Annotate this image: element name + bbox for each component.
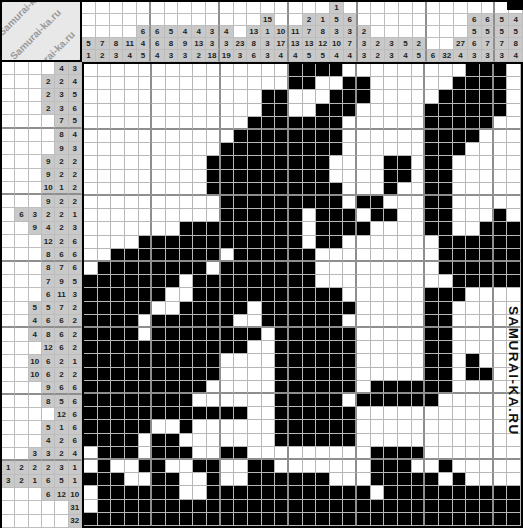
- grid-cell[interactable]: [343, 460, 357, 473]
- grid-cell[interactable]: [316, 500, 330, 513]
- grid-cell[interactable]: [316, 90, 330, 103]
- grid-cell[interactable]: [166, 117, 180, 130]
- grid-cell[interactable]: [371, 460, 385, 473]
- grid-cell[interactable]: [193, 249, 207, 262]
- grid-cell[interactable]: [316, 315, 330, 328]
- grid-cell[interactable]: [262, 341, 276, 354]
- grid-cell[interactable]: [371, 275, 385, 288]
- grid-cell[interactable]: [439, 104, 453, 117]
- grid-cell[interactable]: [316, 513, 330, 526]
- grid-cell[interactable]: [330, 183, 344, 196]
- grid-cell[interactable]: [439, 328, 453, 341]
- grid-cell[interactable]: [98, 170, 112, 183]
- grid-cell[interactable]: [289, 473, 303, 486]
- grid-cell[interactable]: [494, 117, 508, 130]
- grid-cell[interactable]: [248, 473, 262, 486]
- grid-cell[interactable]: [425, 209, 439, 222]
- grid-cell[interactable]: [453, 368, 467, 381]
- grid-cell[interactable]: [221, 447, 235, 460]
- grid-cell[interactable]: [289, 328, 303, 341]
- grid-cell[interactable]: [84, 434, 98, 447]
- grid-cell[interactable]: [453, 143, 467, 156]
- grid-cell[interactable]: [343, 275, 357, 288]
- grid-cell[interactable]: [398, 249, 412, 262]
- grid-cell[interactable]: [166, 77, 180, 90]
- grid-cell[interactable]: [166, 315, 180, 328]
- grid-cell[interactable]: [412, 447, 426, 460]
- grid-cell[interactable]: [98, 394, 112, 407]
- grid-cell[interactable]: [371, 288, 385, 301]
- grid-cell[interactable]: [125, 368, 139, 381]
- grid-cell[interactable]: [125, 143, 139, 156]
- grid-cell[interactable]: [275, 473, 289, 486]
- grid-cell[interactable]: [343, 341, 357, 354]
- grid-cell[interactable]: [152, 513, 166, 526]
- grid-cell[interactable]: [466, 354, 480, 367]
- grid-cell[interactable]: [439, 394, 453, 407]
- grid-cell[interactable]: [384, 117, 398, 130]
- grid-cell[interactable]: [466, 77, 480, 90]
- grid-cell[interactable]: [152, 420, 166, 433]
- grid-cell[interactable]: [439, 447, 453, 460]
- grid-cell[interactable]: [262, 64, 276, 77]
- grid-cell[interactable]: [207, 249, 221, 262]
- grid-cell[interactable]: [412, 328, 426, 341]
- grid-cell[interactable]: [371, 183, 385, 196]
- grid-cell[interactable]: [466, 407, 480, 420]
- grid-cell[interactable]: [343, 354, 357, 367]
- grid-cell[interactable]: [439, 513, 453, 526]
- grid-cell[interactable]: [84, 381, 98, 394]
- grid-cell[interactable]: [371, 447, 385, 460]
- grid-cell[interactable]: [412, 249, 426, 262]
- grid-cell[interactable]: [289, 275, 303, 288]
- grid-cell[interactable]: [480, 77, 494, 90]
- grid-cell[interactable]: [343, 500, 357, 513]
- grid-cell[interactable]: [480, 90, 494, 103]
- grid-cell[interactable]: [166, 394, 180, 407]
- grid-cell[interactable]: [303, 500, 317, 513]
- grid-cell[interactable]: [412, 394, 426, 407]
- grid-cell[interactable]: [125, 513, 139, 526]
- grid-cell[interactable]: [316, 275, 330, 288]
- grid-cell[interactable]: [125, 249, 139, 262]
- grid-cell[interactable]: [425, 381, 439, 394]
- grid-cell[interactable]: [384, 447, 398, 460]
- grid-cell[interactable]: [480, 500, 494, 513]
- grid-cell[interactable]: [289, 420, 303, 433]
- grid-cell[interactable]: [357, 275, 371, 288]
- grid-cell[interactable]: [480, 196, 494, 209]
- grid-cell[interactable]: [398, 143, 412, 156]
- grid-cell[interactable]: [398, 473, 412, 486]
- grid-cell[interactable]: [466, 500, 480, 513]
- grid-cell[interactable]: [166, 249, 180, 262]
- grid-cell[interactable]: [398, 64, 412, 77]
- grid-cell[interactable]: [480, 328, 494, 341]
- grid-cell[interactable]: [494, 262, 508, 275]
- grid-cell[interactable]: [494, 64, 508, 77]
- grid-cell[interactable]: [275, 183, 289, 196]
- grid-cell[interactable]: [234, 275, 248, 288]
- grid-cell[interactable]: [221, 262, 235, 275]
- grid-cell[interactable]: [152, 315, 166, 328]
- grid-cell[interactable]: [289, 302, 303, 315]
- grid-cell[interactable]: [84, 275, 98, 288]
- grid-cell[interactable]: [480, 513, 494, 526]
- grid-cell[interactable]: [221, 381, 235, 394]
- grid-cell[interactable]: [384, 302, 398, 315]
- grid-cell[interactable]: [303, 315, 317, 328]
- grid-cell[interactable]: [193, 156, 207, 169]
- grid-cell[interactable]: [221, 156, 235, 169]
- grid-cell[interactable]: [303, 117, 317, 130]
- grid-cell[interactable]: [357, 302, 371, 315]
- grid-cell[interactable]: [207, 143, 221, 156]
- grid-cell[interactable]: [125, 104, 139, 117]
- grid-cell[interactable]: [398, 222, 412, 235]
- grid-cell[interactable]: [125, 500, 139, 513]
- grid-cell[interactable]: [84, 77, 98, 90]
- grid-cell[interactable]: [207, 315, 221, 328]
- grid-cell[interactable]: [180, 77, 194, 90]
- grid-cell[interactable]: [330, 262, 344, 275]
- grid-cell[interactable]: [357, 315, 371, 328]
- grid-cell[interactable]: [139, 420, 153, 433]
- grid-cell[interactable]: [180, 275, 194, 288]
- grid-cell[interactable]: [466, 170, 480, 183]
- grid-cell[interactable]: [193, 473, 207, 486]
- grid-cell[interactable]: [125, 407, 139, 420]
- grid-cell[interactable]: [125, 130, 139, 143]
- grid-cell[interactable]: [207, 222, 221, 235]
- grid-cell[interactable]: [466, 434, 480, 447]
- grid-cell[interactable]: [84, 341, 98, 354]
- grid-cell[interactable]: [111, 486, 125, 499]
- grid-cell[interactable]: [207, 117, 221, 130]
- grid-cell[interactable]: [207, 209, 221, 222]
- grid-cell[interactable]: [193, 381, 207, 394]
- grid-cell[interactable]: [439, 407, 453, 420]
- grid-cell[interactable]: [412, 104, 426, 117]
- grid-cell[interactable]: [193, 236, 207, 249]
- grid-cell[interactable]: [439, 473, 453, 486]
- grid-cell[interactable]: [453, 156, 467, 169]
- grid-cell[interactable]: [453, 236, 467, 249]
- grid-cell[interactable]: [125, 262, 139, 275]
- grid-cell[interactable]: [466, 275, 480, 288]
- grid-cell[interactable]: [343, 170, 357, 183]
- grid-cell[interactable]: [357, 90, 371, 103]
- grid-cell[interactable]: [275, 315, 289, 328]
- grid-cell[interactable]: [234, 381, 248, 394]
- grid-cell[interactable]: [371, 407, 385, 420]
- grid-cell[interactable]: [98, 130, 112, 143]
- grid-cell[interactable]: [398, 381, 412, 394]
- grid-cell[interactable]: [84, 394, 98, 407]
- grid-cell[interactable]: [453, 500, 467, 513]
- grid-cell[interactable]: [425, 302, 439, 315]
- grid-cell[interactable]: [207, 407, 221, 420]
- grid-cell[interactable]: [207, 90, 221, 103]
- grid-cell[interactable]: [494, 104, 508, 117]
- grid-cell[interactable]: [139, 394, 153, 407]
- grid-cell[interactable]: [425, 315, 439, 328]
- grid-cell[interactable]: [343, 381, 357, 394]
- grid-cell[interactable]: [111, 315, 125, 328]
- grid-cell[interactable]: [98, 315, 112, 328]
- grid-cell[interactable]: [480, 170, 494, 183]
- grid-cell[interactable]: [371, 196, 385, 209]
- grid-cell[interactable]: [98, 90, 112, 103]
- grid-cell[interactable]: [111, 275, 125, 288]
- grid-cell[interactable]: [343, 434, 357, 447]
- grid-cell[interactable]: [193, 90, 207, 103]
- grid-cell[interactable]: [330, 407, 344, 420]
- grid-cell[interactable]: [480, 64, 494, 77]
- grid-cell[interactable]: [357, 170, 371, 183]
- grid-cell[interactable]: [507, 236, 521, 249]
- grid-cell[interactable]: [412, 420, 426, 433]
- grid-cell[interactable]: [234, 288, 248, 301]
- grid-cell[interactable]: [193, 288, 207, 301]
- grid-cell[interactable]: [303, 420, 317, 433]
- grid-cell[interactable]: [152, 64, 166, 77]
- grid-cell[interactable]: [303, 341, 317, 354]
- grid-cell[interactable]: [453, 275, 467, 288]
- grid-cell[interactable]: [98, 222, 112, 235]
- grid-cell[interactable]: [398, 500, 412, 513]
- grid-cell[interactable]: [98, 236, 112, 249]
- grid-cell[interactable]: [207, 156, 221, 169]
- grid-cell[interactable]: [289, 130, 303, 143]
- grid-cell[interactable]: [180, 236, 194, 249]
- grid-cell[interactable]: [289, 104, 303, 117]
- grid-cell[interactable]: [330, 394, 344, 407]
- grid-cell[interactable]: [398, 486, 412, 499]
- grid-cell[interactable]: [384, 368, 398, 381]
- grid-cell[interactable]: [371, 420, 385, 433]
- grid-cell[interactable]: [111, 328, 125, 341]
- grid-cell[interactable]: [221, 275, 235, 288]
- grid-cell[interactable]: [357, 262, 371, 275]
- grid-cell[interactable]: [98, 156, 112, 169]
- grid-cell[interactable]: [111, 130, 125, 143]
- grid-cell[interactable]: [384, 288, 398, 301]
- grid-cell[interactable]: [494, 222, 508, 235]
- grid-cell[interactable]: [425, 117, 439, 130]
- grid-cell[interactable]: [343, 249, 357, 262]
- grid-cell[interactable]: [139, 104, 153, 117]
- grid-cell[interactable]: [152, 407, 166, 420]
- grid-cell[interactable]: [439, 302, 453, 315]
- grid-cell[interactable]: [303, 381, 317, 394]
- grid-cell[interactable]: [343, 447, 357, 460]
- grid-cell[interactable]: [384, 275, 398, 288]
- grid-cell[interactable]: [453, 90, 467, 103]
- grid-cell[interactable]: [398, 394, 412, 407]
- grid-cell[interactable]: [125, 288, 139, 301]
- grid-cell[interactable]: [111, 447, 125, 460]
- grid-cell[interactable]: [384, 183, 398, 196]
- grid-cell[interactable]: [466, 104, 480, 117]
- grid-cell[interactable]: [412, 90, 426, 103]
- grid-cell[interactable]: [371, 368, 385, 381]
- grid-cell[interactable]: [262, 328, 276, 341]
- grid-cell[interactable]: [480, 288, 494, 301]
- grid-cell[interactable]: [494, 196, 508, 209]
- grid-cell[interactable]: [221, 434, 235, 447]
- grid-cell[interactable]: [125, 117, 139, 130]
- grid-cell[interactable]: [234, 513, 248, 526]
- grid-cell[interactable]: [303, 447, 317, 460]
- grid-cell[interactable]: [262, 486, 276, 499]
- grid-cell[interactable]: [330, 236, 344, 249]
- grid-cell[interactable]: [289, 143, 303, 156]
- grid-cell[interactable]: [248, 262, 262, 275]
- grid-cell[interactable]: [412, 130, 426, 143]
- grid-cell[interactable]: [262, 236, 276, 249]
- grid-cell[interactable]: [357, 341, 371, 354]
- grid-cell[interactable]: [139, 236, 153, 249]
- grid-cell[interactable]: [384, 249, 398, 262]
- grid-cell[interactable]: [166, 500, 180, 513]
- grid-cell[interactable]: [152, 381, 166, 394]
- grid-cell[interactable]: [303, 90, 317, 103]
- grid-cell[interactable]: [84, 420, 98, 433]
- grid-cell[interactable]: [207, 447, 221, 460]
- grid-cell[interactable]: [507, 77, 521, 90]
- grid-cell[interactable]: [180, 460, 194, 473]
- grid-cell[interactable]: [84, 368, 98, 381]
- grid-cell[interactable]: [371, 513, 385, 526]
- grid-cell[interactable]: [357, 249, 371, 262]
- grid-cell[interactable]: [412, 381, 426, 394]
- grid-cell[interactable]: [412, 368, 426, 381]
- grid-cell[interactable]: [262, 249, 276, 262]
- grid-cell[interactable]: [111, 381, 125, 394]
- grid-cell[interactable]: [275, 90, 289, 103]
- grid-cell[interactable]: [453, 354, 467, 367]
- grid-cell[interactable]: [262, 130, 276, 143]
- grid-cell[interactable]: [180, 315, 194, 328]
- grid-cell[interactable]: [152, 90, 166, 103]
- grid-cell[interactable]: [466, 249, 480, 262]
- grid-cell[interactable]: [453, 117, 467, 130]
- grid-cell[interactable]: [439, 249, 453, 262]
- grid-cell[interactable]: [425, 447, 439, 460]
- grid-cell[interactable]: [207, 500, 221, 513]
- grid-cell[interactable]: [84, 513, 98, 526]
- grid-cell[interactable]: [466, 473, 480, 486]
- grid-cell[interactable]: [248, 420, 262, 433]
- grid-cell[interactable]: [398, 170, 412, 183]
- grid-cell[interactable]: [84, 288, 98, 301]
- grid-cell[interactable]: [453, 77, 467, 90]
- grid-cell[interactable]: [507, 143, 521, 156]
- grid-cell[interactable]: [412, 77, 426, 90]
- grid-cell[interactable]: [330, 209, 344, 222]
- grid-cell[interactable]: [152, 130, 166, 143]
- grid-cell[interactable]: [193, 407, 207, 420]
- grid-cell[interactable]: [412, 170, 426, 183]
- grid-cell[interactable]: [152, 222, 166, 235]
- grid-cell[interactable]: [193, 302, 207, 315]
- grid-cell[interactable]: [248, 341, 262, 354]
- grid-cell[interactable]: [371, 130, 385, 143]
- grid-cell[interactable]: [494, 288, 508, 301]
- grid-cell[interactable]: [152, 236, 166, 249]
- grid-cell[interactable]: [384, 328, 398, 341]
- grid-cell[interactable]: [262, 209, 276, 222]
- grid-cell[interactable]: [453, 262, 467, 275]
- grid-cell[interactable]: [316, 447, 330, 460]
- grid-cell[interactable]: [166, 262, 180, 275]
- grid-cell[interactable]: [357, 394, 371, 407]
- grid-cell[interactable]: [207, 236, 221, 249]
- grid-cell[interactable]: [343, 143, 357, 156]
- grid-cell[interactable]: [398, 302, 412, 315]
- grid-cell[interactable]: [412, 315, 426, 328]
- grid-cell[interactable]: [275, 394, 289, 407]
- grid-cell[interactable]: [125, 77, 139, 90]
- grid-cell[interactable]: [234, 394, 248, 407]
- grid-cell[interactable]: [166, 302, 180, 315]
- grid-cell[interactable]: [139, 407, 153, 420]
- grid-cell[interactable]: [166, 328, 180, 341]
- grid-cell[interactable]: [425, 275, 439, 288]
- grid-cell[interactable]: [139, 130, 153, 143]
- grid-cell[interactable]: [234, 196, 248, 209]
- grid-cell[interactable]: [412, 262, 426, 275]
- grid-cell[interactable]: [166, 64, 180, 77]
- grid-cell[interactable]: [384, 90, 398, 103]
- grid-cell[interactable]: [221, 341, 235, 354]
- grid-cell[interactable]: [453, 183, 467, 196]
- grid-cell[interactable]: [152, 473, 166, 486]
- grid-cell[interactable]: [98, 368, 112, 381]
- grid-cell[interactable]: [466, 288, 480, 301]
- grid-cell[interactable]: [262, 434, 276, 447]
- grid-cell[interactable]: [439, 130, 453, 143]
- grid-cell[interactable]: [234, 104, 248, 117]
- grid-cell[interactable]: [494, 130, 508, 143]
- grid-cell[interactable]: [262, 262, 276, 275]
- grid-cell[interactable]: [371, 143, 385, 156]
- grid-cell[interactable]: [330, 447, 344, 460]
- grid-cell[interactable]: [412, 156, 426, 169]
- grid-cell[interactable]: [289, 170, 303, 183]
- grid-cell[interactable]: [193, 460, 207, 473]
- grid-cell[interactable]: [494, 143, 508, 156]
- grid-cell[interactable]: [412, 302, 426, 315]
- grid-cell[interactable]: [316, 434, 330, 447]
- grid-cell[interactable]: [412, 513, 426, 526]
- grid-cell[interactable]: [139, 64, 153, 77]
- grid-cell[interactable]: [207, 394, 221, 407]
- grid-cell[interactable]: [412, 288, 426, 301]
- grid-cell[interactable]: [466, 183, 480, 196]
- grid-cell[interactable]: [125, 196, 139, 209]
- grid-cell[interactable]: [98, 341, 112, 354]
- grid-cell[interactable]: [139, 354, 153, 367]
- grid-cell[interactable]: [166, 236, 180, 249]
- grid-cell[interactable]: [234, 315, 248, 328]
- grid-cell[interactable]: [111, 249, 125, 262]
- grid-cell[interactable]: [207, 460, 221, 473]
- grid-cell[interactable]: [507, 262, 521, 275]
- grid-cell[interactable]: [180, 196, 194, 209]
